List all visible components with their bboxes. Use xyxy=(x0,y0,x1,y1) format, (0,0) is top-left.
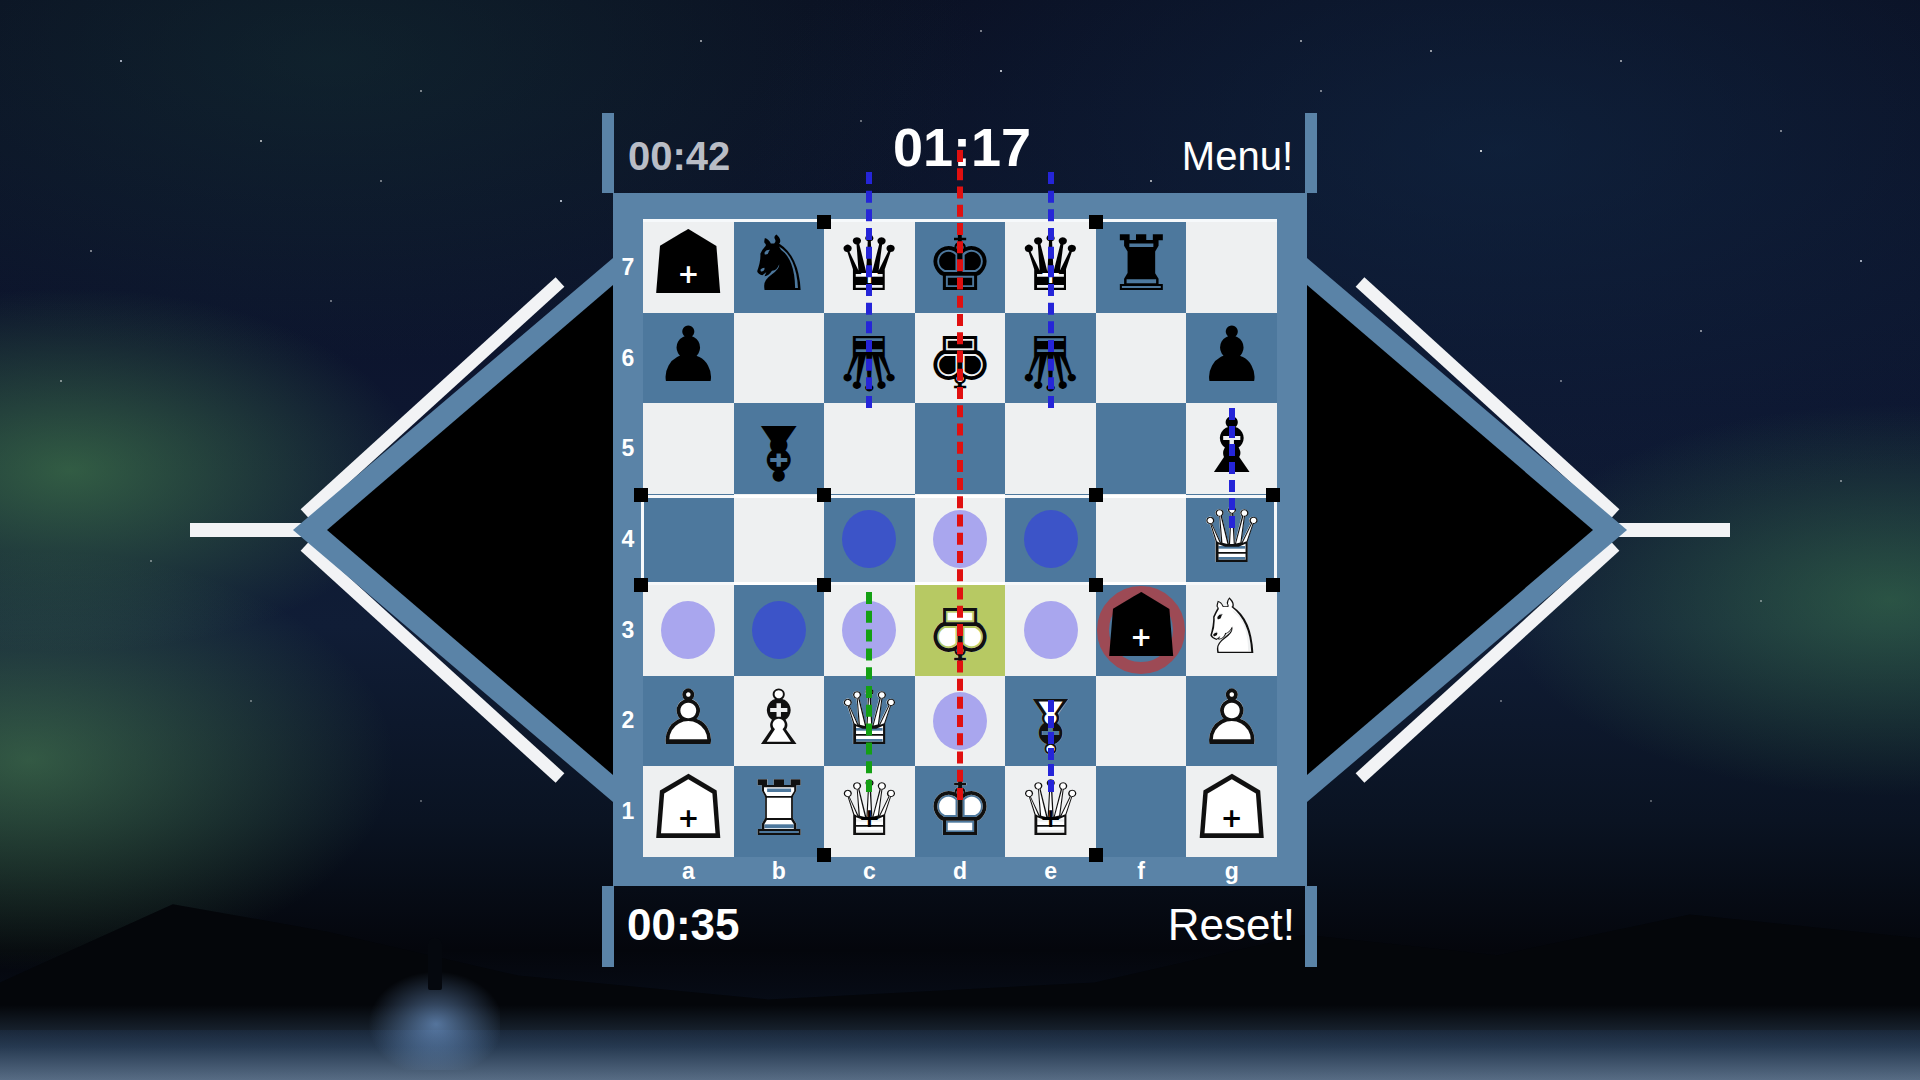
black-inverted-amazon-piece: ♛ xyxy=(824,313,915,404)
move-dot[interactable] xyxy=(661,601,715,659)
square-b3[interactable] xyxy=(734,585,825,676)
square-b6[interactable] xyxy=(734,313,825,404)
square-e1[interactable]: ♛♕+ xyxy=(1005,766,1096,857)
rank-label-5: 5 xyxy=(613,403,643,494)
rank-label-3: 3 xyxy=(613,585,643,676)
black-inverted-king-piece: ♚ xyxy=(915,313,1006,404)
player-clock: 00:35 xyxy=(627,900,740,950)
corner-handle xyxy=(1089,215,1103,229)
file-labels: abcdefg xyxy=(643,857,1277,886)
black-inverted-amazon-piece: ♛ xyxy=(1005,313,1096,404)
square-g1[interactable]: ☗☖+ xyxy=(1186,766,1277,857)
top-bar-left-tick xyxy=(602,113,614,193)
reset-button[interactable]: Reset! xyxy=(995,900,1295,950)
square-a4[interactable] xyxy=(643,494,734,585)
move-dot[interactable] xyxy=(842,510,896,568)
white-pawn-piece: ♟♙ xyxy=(1186,676,1277,767)
black-knight-piece: ♞ xyxy=(734,222,825,313)
previous-arrow[interactable] xyxy=(183,248,649,808)
corner-handle xyxy=(634,488,648,502)
white-amazon-piece: ♛♕ xyxy=(824,676,915,767)
piece-cross-mark: + xyxy=(859,805,881,831)
corner-handle xyxy=(1089,578,1103,592)
bottom-bar-left-tick xyxy=(602,886,614,967)
square-b2[interactable]: ♝♗ xyxy=(734,676,825,767)
square-d7[interactable]: ♚ xyxy=(915,222,1006,313)
rank-label-2: 2 xyxy=(613,676,643,767)
rank-label-6: 6 xyxy=(613,313,643,404)
move-dot[interactable] xyxy=(933,510,987,568)
move-dot[interactable] xyxy=(1024,601,1078,659)
square-e7[interactable]: ♛+ xyxy=(1005,222,1096,313)
square-a5[interactable] xyxy=(643,403,734,494)
white-knight-piece: ♞♘ xyxy=(1186,585,1277,676)
square-f1[interactable] xyxy=(1096,766,1187,857)
square-c6[interactable]: ♛ xyxy=(824,313,915,404)
piece-cross-mark: + xyxy=(677,805,699,831)
black-rook-piece: ♜ xyxy=(1096,222,1187,313)
square-g7[interactable] xyxy=(1186,222,1277,313)
starfield xyxy=(0,0,2,2)
square-g2[interactable]: ♟♙ xyxy=(1186,676,1277,767)
square-a1[interactable]: ☗☖+ xyxy=(643,766,734,857)
square-g5[interactable]: ♝ xyxy=(1186,403,1277,494)
square-c3[interactable] xyxy=(824,585,915,676)
square-g3[interactable]: ♞♘ xyxy=(1186,585,1277,676)
black-king-piece: ♚ xyxy=(915,222,1006,313)
square-c5[interactable] xyxy=(824,403,915,494)
square-a3[interactable] xyxy=(643,585,734,676)
piece-cross-mark: + xyxy=(1040,261,1062,287)
black-pawn-piece: ♟ xyxy=(643,313,734,404)
white-rook-piece: ♜♖ xyxy=(734,766,825,857)
corner-handle xyxy=(1266,578,1280,592)
file-label-a: a xyxy=(643,857,734,886)
opponent-clock: 00:42 xyxy=(628,134,730,179)
menu-button[interactable]: Menu! xyxy=(1093,134,1293,179)
file-label-b: b xyxy=(734,857,825,886)
square-d1[interactable]: ♚♔ xyxy=(915,766,1006,857)
black-bishop-piece: ♝ xyxy=(1186,403,1277,494)
square-a7[interactable]: ☗+ xyxy=(643,222,734,313)
black-pawn-piece: ♟ xyxy=(1186,313,1277,404)
bottom-bar-right-tick xyxy=(1305,886,1317,967)
square-d4[interactable] xyxy=(915,494,1006,585)
white-queen-piece: ♛♕+ xyxy=(824,766,915,857)
square-c7[interactable]: ♛+ xyxy=(824,222,915,313)
piece-cross-mark: + xyxy=(1221,805,1243,831)
square-d2[interactable] xyxy=(915,676,1006,767)
square-b7[interactable]: ♞ xyxy=(734,222,825,313)
square-f7[interactable]: ♜ xyxy=(1096,222,1187,313)
white-inverted-king-piece: ♚♔ xyxy=(915,585,1006,676)
next-arrow[interactable] xyxy=(1271,248,1737,808)
corner-handle xyxy=(817,215,831,229)
corner-handle xyxy=(817,578,831,592)
square-a6[interactable]: ♟ xyxy=(643,313,734,404)
square-f3[interactable]: ☗+ xyxy=(1096,585,1187,676)
chess-board[interactable]: ☗+♞♛+♚♛+♜♟♛♚♛♟♝♝♛♕♚♔☗+♞♘♟♙♝♗♛♕♝♗♟♙☗☖+♜♖♛… xyxy=(643,222,1277,857)
square-b4[interactable] xyxy=(734,494,825,585)
move-dot[interactable] xyxy=(842,601,896,659)
black-amazon-piece: ♛+ xyxy=(1005,222,1096,313)
rank-labels: 7654321 xyxy=(613,222,643,857)
move-dot[interactable] xyxy=(752,601,806,659)
corner-handle xyxy=(634,578,648,592)
file-label-f: f xyxy=(1096,857,1187,886)
black-shrine-piece: ☗+ xyxy=(643,222,734,313)
square-b5[interactable]: ♝ xyxy=(734,403,825,494)
piece-cross-mark: + xyxy=(677,261,699,287)
rank-label-7: 7 xyxy=(613,222,643,313)
square-f5[interactable] xyxy=(1096,403,1187,494)
corner-handle xyxy=(1089,488,1103,502)
square-d3[interactable]: ♚♔ xyxy=(915,585,1006,676)
rank-label-4: 4 xyxy=(613,494,643,585)
white-inverted-bishop-piece: ♝♗ xyxy=(1005,676,1096,767)
white-queen-piece: ♛♕+ xyxy=(1005,766,1096,857)
piece-cross-mark: + xyxy=(1130,624,1152,650)
person-silhouette xyxy=(428,938,442,990)
square-a2[interactable]: ♟♙ xyxy=(643,676,734,767)
game-screen: { "game": "fairy chess variant on 7x7 bo… xyxy=(0,0,1920,1080)
square-f6[interactable] xyxy=(1096,313,1187,404)
black-amazon-piece: ♛+ xyxy=(824,222,915,313)
square-e6[interactable]: ♛ xyxy=(1005,313,1096,404)
black-shrine-piece: ☗+ xyxy=(1096,585,1187,676)
square-c1[interactable]: ♛♕+ xyxy=(824,766,915,857)
white-shrine-piece: ☗☖+ xyxy=(643,766,734,857)
corner-handle xyxy=(1266,488,1280,502)
square-e2[interactable]: ♝♗ xyxy=(1005,676,1096,767)
rank-label-1: 1 xyxy=(613,766,643,857)
flashlight-beam xyxy=(340,955,500,1070)
corner-handle xyxy=(1089,848,1103,862)
square-d6[interactable]: ♚ xyxy=(915,313,1006,404)
white-pawn-piece: ♟♙ xyxy=(643,676,734,767)
file-label-c: c xyxy=(824,857,915,886)
piece-cross-mark: + xyxy=(1040,805,1062,831)
corner-handle xyxy=(817,488,831,502)
main-clock: 01:17 xyxy=(812,116,1112,178)
square-e4[interactable] xyxy=(1005,494,1096,585)
move-dot[interactable] xyxy=(1024,510,1078,568)
ground-glow xyxy=(0,1005,1920,1080)
black-inverted-bishop-piece: ♝ xyxy=(734,403,825,494)
square-b1[interactable]: ♜♖ xyxy=(734,766,825,857)
file-label-e: e xyxy=(1005,857,1096,886)
piece-cross-mark: + xyxy=(859,261,881,287)
corner-handle xyxy=(817,848,831,862)
square-f4[interactable] xyxy=(1096,494,1187,585)
white-bishop-piece: ♝♗ xyxy=(734,676,825,767)
top-bar-right-tick xyxy=(1305,113,1317,193)
square-c2[interactable]: ♛♕ xyxy=(824,676,915,767)
square-f2[interactable] xyxy=(1096,676,1187,767)
file-label-d: d xyxy=(915,857,1006,886)
square-d5[interactable] xyxy=(915,403,1006,494)
square-g6[interactable]: ♟ xyxy=(1186,313,1277,404)
white-amazon-piece: ♛♕ xyxy=(1186,494,1277,585)
square-e5[interactable] xyxy=(1005,403,1096,494)
square-g4[interactable]: ♛♕ xyxy=(1186,494,1277,585)
move-dot[interactable] xyxy=(933,692,987,750)
white-king-piece: ♚♔ xyxy=(915,766,1006,857)
white-shrine-piece: ☗☖+ xyxy=(1186,766,1277,857)
square-e3[interactable] xyxy=(1005,585,1096,676)
file-label-g: g xyxy=(1186,857,1277,886)
square-c4[interactable] xyxy=(824,494,915,585)
